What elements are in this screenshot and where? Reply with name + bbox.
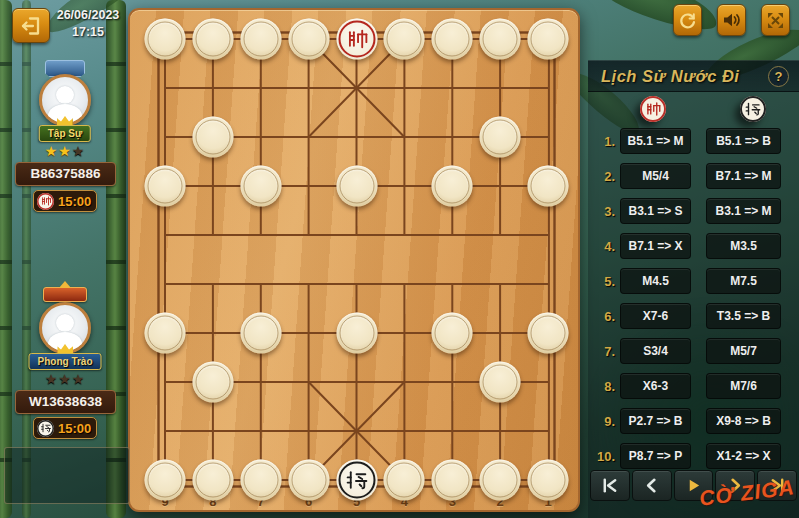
move-cell-red[interactable]: P8.7 => P	[620, 443, 691, 469]
facedown-piece[interactable]	[192, 362, 233, 403]
move-cell-red[interactable]: B3.1 => S	[620, 198, 691, 224]
move-number: 4.	[588, 239, 615, 254]
previous-icon	[643, 477, 660, 494]
move-cell-black[interactable]: T3.5 => B	[706, 303, 781, 329]
facedown-piece[interactable]	[192, 460, 233, 501]
star-icon: ★	[45, 143, 59, 159]
facedown-piece[interactable]	[145, 313, 186, 354]
star-rating-red: ★★★	[45, 144, 86, 158]
facedown-piece[interactable]	[432, 313, 473, 354]
logout-icon	[20, 16, 42, 36]
date-text: 26/06/2023	[46, 7, 130, 24]
move-row: 1.B5.1 => MB5.1 => B	[588, 128, 799, 154]
skip-end-button[interactable]	[757, 470, 797, 501]
rank-label: Phong Trào	[38, 356, 93, 367]
move-row: 6.X7-6T3.5 => B	[588, 303, 799, 329]
next-button[interactable]	[715, 470, 755, 501]
facedown-piece[interactable]	[384, 19, 425, 60]
facedown-piece[interactable]	[336, 313, 377, 354]
facedown-piece[interactable]	[384, 460, 425, 501]
move-cell-black[interactable]: B3.1 => M	[706, 198, 781, 224]
move-cell-red[interactable]: X7-6	[620, 303, 691, 329]
chat-box	[4, 447, 130, 504]
facedown-piece[interactable]	[528, 460, 569, 501]
move-cell-black[interactable]: M3.5	[706, 233, 781, 259]
replay-controls	[590, 470, 797, 501]
move-row: 5.M4.5M7.5	[588, 268, 799, 294]
facedown-piece[interactable]	[145, 166, 186, 207]
black-general-icon	[37, 420, 54, 437]
left-sidebar: 26/06/2023 17:15 Tập Sự ★★★ B86375886 15…	[0, 0, 130, 518]
speaker-icon	[722, 11, 742, 29]
sound-button[interactable]	[717, 4, 746, 36]
move-row: 10.P8.7 => PX1-2 => X	[588, 443, 799, 469]
facedown-piece[interactable]	[432, 166, 473, 207]
move-row: 9.P2.7 => BX9-8 => B	[588, 408, 799, 434]
red-general-piece[interactable]	[336, 19, 377, 60]
move-cell-red[interactable]: M5/4	[620, 163, 691, 189]
right-panel: Lịch Sử Nước Đi ? 1.B5.1 => MB5.1 => B2.…	[588, 0, 799, 518]
skip-start-icon	[601, 477, 618, 494]
facedown-piece[interactable]	[145, 460, 186, 501]
red-general-icon	[37, 193, 54, 210]
history-column-icons	[588, 96, 799, 122]
facedown-piece[interactable]	[288, 460, 329, 501]
move-cell-red[interactable]: S3/4	[620, 338, 691, 364]
move-number: 5.	[588, 274, 615, 289]
move-cell-red[interactable]: M4.5	[620, 268, 691, 294]
facedown-piece[interactable]	[480, 117, 521, 158]
facedown-piece[interactable]	[288, 19, 329, 60]
time-text: 17:15	[46, 24, 130, 41]
fullscreen-icon	[766, 11, 785, 30]
facedown-piece[interactable]	[528, 313, 569, 354]
fullscreen-button[interactable]	[761, 4, 790, 36]
facedown-piece[interactable]	[480, 362, 521, 403]
datetime-display: 26/06/2023 17:15	[46, 7, 130, 41]
clock-time-red: 15:00	[58, 194, 91, 209]
facedown-piece[interactable]	[336, 166, 377, 207]
xiangqi-board: 123456789 987654321	[128, 8, 580, 512]
move-cell-red[interactable]: B7.1 => X	[620, 233, 691, 259]
move-row: 2.M5/4B7.1 => M	[588, 163, 799, 189]
facedown-piece[interactable]	[480, 19, 521, 60]
move-cell-black[interactable]: B7.1 => M	[706, 163, 781, 189]
star-rating-black: ★★★	[45, 372, 86, 386]
player-name-black: W13638638	[15, 390, 116, 414]
move-number: 10.	[588, 449, 615, 464]
history-title: Lịch Sử Nước Đi	[601, 67, 768, 86]
facedown-piece[interactable]	[480, 460, 521, 501]
person-silhouette	[56, 314, 74, 332]
move-row: 7.S3/4M5/7	[588, 338, 799, 364]
facedown-piece[interactable]	[432, 19, 473, 60]
move-cell-red[interactable]: P2.7 => B	[620, 408, 691, 434]
skip-start-button[interactable]	[590, 470, 630, 501]
move-cell-black[interactable]: X1-2 => X	[706, 443, 781, 469]
exit-button[interactable]	[12, 8, 50, 43]
rank-label: Tập Sự	[48, 128, 82, 139]
star-icon: ★	[58, 371, 72, 387]
player-clock-red: 15:00	[33, 190, 97, 212]
facedown-piece[interactable]	[528, 166, 569, 207]
facedown-piece[interactable]	[432, 460, 473, 501]
star-icon: ★	[72, 371, 86, 387]
move-cell-black[interactable]: M5/7	[706, 338, 781, 364]
move-number: 6.	[588, 309, 615, 324]
move-cell-red[interactable]: B5.1 => M	[620, 128, 691, 154]
move-number: 3.	[588, 204, 615, 219]
move-list: 1.B5.1 => MB5.1 => B2.M5/4B7.1 => M3.B3.…	[588, 128, 799, 469]
history-header: Lịch Sử Nước Đi ?	[588, 60, 799, 92]
move-number: 7.	[588, 344, 615, 359]
star-icon: ★	[72, 143, 86, 159]
player-card-red: Tập Sự ★★★ B86375886 15:00	[0, 60, 130, 210]
move-row: 3.B3.1 => SB3.1 => M	[588, 198, 799, 224]
move-number: 8.	[588, 379, 615, 394]
play-button[interactable]	[674, 470, 714, 501]
top-right-toolbar	[673, 4, 790, 36]
move-cell-black[interactable]: M7.5	[706, 268, 781, 294]
player-card-black: Phong Trào ★★★ W13638638 15:00	[0, 285, 130, 437]
player-name-red: B86375886	[15, 162, 116, 186]
star-icon: ★	[45, 371, 59, 387]
move-number: 1.	[588, 134, 615, 149]
move-cell-black[interactable]: B5.1 => B	[706, 128, 781, 154]
clock-time-black: 15:00	[58, 421, 91, 436]
rank-badge-black: Phong Trào	[29, 353, 102, 370]
rotate-icon	[678, 11, 697, 30]
next-icon	[727, 477, 744, 494]
play-icon	[685, 477, 702, 494]
black-general-piece[interactable]	[336, 460, 377, 501]
rotate-button[interactable]	[673, 4, 702, 36]
facedown-piece[interactable]	[145, 19, 186, 60]
move-row: 4.B7.1 => XM3.5	[588, 233, 799, 259]
facedown-piece[interactable]	[240, 166, 281, 207]
facedown-piece[interactable]	[240, 19, 281, 60]
previous-button[interactable]	[632, 470, 672, 501]
move-cell-red[interactable]: X6-3	[620, 373, 691, 399]
help-button[interactable]: ?	[768, 66, 789, 87]
skip-end-icon	[769, 477, 786, 494]
facedown-piece[interactable]	[240, 460, 281, 501]
facedown-piece[interactable]	[192, 19, 233, 60]
move-cell-black[interactable]: M7/6	[706, 373, 781, 399]
board-grid	[130, 10, 582, 514]
star-icon: ★	[58, 143, 72, 159]
facedown-piece[interactable]	[528, 19, 569, 60]
rank-badge-red: Tập Sự	[39, 125, 91, 142]
black-column-icon	[740, 96, 766, 122]
move-number: 9.	[588, 414, 615, 429]
person-silhouette	[56, 86, 74, 104]
facedown-piece[interactable]	[192, 117, 233, 158]
move-row: 8.X6-3M7/6	[588, 373, 799, 399]
player-clock-black: 15:00	[33, 417, 97, 439]
game-screen: 26/06/2023 17:15 Tập Sự ★★★ B86375886 15…	[0, 0, 799, 518]
title-banner-black	[43, 287, 87, 302]
move-cell-black[interactable]: X9-8 => B	[706, 408, 781, 434]
red-column-icon	[640, 96, 666, 122]
move-number: 2.	[588, 169, 615, 184]
facedown-piece[interactable]	[240, 313, 281, 354]
